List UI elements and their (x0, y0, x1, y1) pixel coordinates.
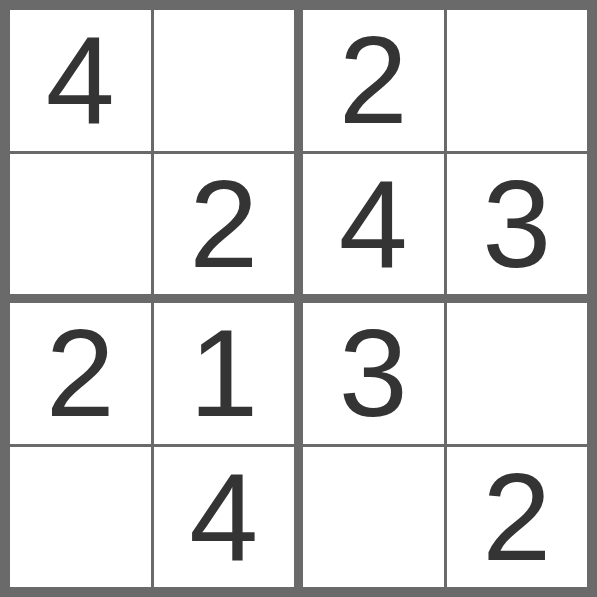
box-bottom-left: 2 1 4 (10, 303, 294, 587)
sudoku-board: 4 2 2 4 3 2 1 4 3 2 (0, 0, 597, 597)
cell-r1c1[interactable]: 2 (154, 154, 295, 295)
box-bottom-right: 3 2 (303, 303, 587, 587)
cell-r3c3[interactable]: 2 (447, 447, 588, 588)
cell-r0c3[interactable] (447, 10, 588, 151)
cell-r1c2[interactable]: 4 (303, 154, 444, 295)
cell-r3c0[interactable] (10, 447, 151, 588)
cell-r2c3[interactable] (447, 303, 588, 444)
cell-r2c1[interactable]: 1 (154, 303, 295, 444)
cell-r0c0[interactable]: 4 (10, 10, 151, 151)
cell-r1c0[interactable] (10, 154, 151, 295)
sudoku-boxes: 4 2 2 4 3 2 1 4 3 2 (10, 10, 587, 587)
cell-r1c3[interactable]: 3 (447, 154, 588, 295)
cell-r3c1[interactable]: 4 (154, 447, 295, 588)
box-top-right: 2 4 3 (303, 10, 587, 294)
cell-r3c2[interactable] (303, 447, 444, 588)
cell-r2c0[interactable]: 2 (10, 303, 151, 444)
cell-r0c2[interactable]: 2 (303, 10, 444, 151)
cell-r2c2[interactable]: 3 (303, 303, 444, 444)
box-top-left: 4 2 (10, 10, 294, 294)
cell-r0c1[interactable] (154, 10, 295, 151)
